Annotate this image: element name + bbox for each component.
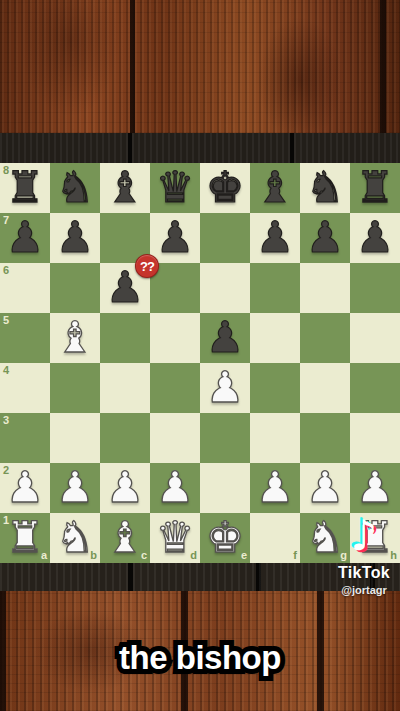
rank-label-4: 4 <box>3 365 9 376</box>
square-g6[interactable] <box>300 263 350 313</box>
piece-white-rook[interactable]: ♜ <box>0 513 50 563</box>
blunder-badge: ?? <box>135 254 159 278</box>
square-f7[interactable]: ♟ <box>250 213 300 263</box>
square-a6[interactable]: 6 <box>0 263 50 313</box>
square-b5[interactable]: ♝ <box>50 313 100 363</box>
square-h4[interactable] <box>350 363 400 413</box>
piece-black-king[interactable]: ♚ <box>200 163 250 213</box>
square-a2[interactable]: 2♟ <box>0 463 50 513</box>
square-g5[interactable] <box>300 313 350 363</box>
square-h7[interactable]: ♟ <box>350 213 400 263</box>
tiktok-note-icon: ♪ ♪ ♪ <box>342 512 386 560</box>
square-d8[interactable]: ♛ <box>150 163 200 213</box>
square-a5[interactable]: 5 <box>0 313 50 363</box>
blunder-badge-text: ?? <box>140 259 154 274</box>
square-h2[interactable]: ♟ <box>350 463 400 513</box>
square-g7[interactable]: ♟ <box>300 213 350 263</box>
square-d1[interactable]: d♛ <box>150 513 200 563</box>
square-f5[interactable] <box>250 313 300 363</box>
square-d5[interactable] <box>150 313 200 363</box>
square-a1[interactable]: 1a♜ <box>0 513 50 563</box>
piece-black-bishop[interactable]: ♝ <box>100 163 150 213</box>
piece-black-knight[interactable]: ♞ <box>50 163 100 213</box>
square-c8[interactable]: ♝ <box>100 163 150 213</box>
square-e3[interactable] <box>200 413 250 463</box>
square-b2[interactable]: ♟ <box>50 463 100 513</box>
piece-black-pawn[interactable]: ♟ <box>0 213 50 263</box>
piece-white-king[interactable]: ♚ <box>200 513 250 563</box>
square-f1[interactable]: f <box>250 513 300 563</box>
square-g2[interactable]: ♟ <box>300 463 350 513</box>
square-c1[interactable]: c♝ <box>100 513 150 563</box>
square-e4[interactable]: ♟ <box>200 363 250 413</box>
square-c2[interactable]: ♟ <box>100 463 150 513</box>
piece-white-pawn[interactable]: ♟ <box>350 463 400 513</box>
piece-white-queen[interactable]: ♛ <box>150 513 200 563</box>
piece-black-pawn[interactable]: ♟ <box>150 213 200 263</box>
piece-black-pawn[interactable]: ♟ <box>50 213 100 263</box>
square-a4[interactable]: 4 <box>0 363 50 413</box>
square-e5[interactable]: ♟ <box>200 313 250 363</box>
square-d4[interactable] <box>150 363 200 413</box>
piece-black-knight[interactable]: ♞ <box>300 163 350 213</box>
piece-white-bishop[interactable]: ♝ <box>100 513 150 563</box>
wood-background-top <box>0 0 400 133</box>
piece-white-pawn[interactable]: ♟ <box>0 463 50 513</box>
chess-board[interactable]: 8♜♞♝♛♚♝♞♜7♟♟♟♟♟♟6♟5♝♟4♟32♟♟♟♟♟♟♟1a♜b♞c♝d… <box>0 163 400 563</box>
square-f2[interactable]: ♟ <box>250 463 300 513</box>
piece-black-rook[interactable]: ♜ <box>0 163 50 213</box>
piece-white-pawn[interactable]: ♟ <box>200 363 250 413</box>
square-a7[interactable]: 7♟ <box>0 213 50 263</box>
square-g4[interactable] <box>300 363 350 413</box>
rank-label-6: 6 <box>3 265 9 276</box>
tiktok-note-white-layer: ♪ <box>342 512 386 560</box>
square-f4[interactable] <box>250 363 300 413</box>
square-e7[interactable] <box>200 213 250 263</box>
square-d7[interactable]: ♟ <box>150 213 200 263</box>
piece-black-queen[interactable]: ♛ <box>150 163 200 213</box>
square-f8[interactable]: ♝ <box>250 163 300 213</box>
square-h5[interactable] <box>350 313 400 363</box>
square-c3[interactable] <box>100 413 150 463</box>
file-label-f: f <box>293 550 297 561</box>
square-d3[interactable] <box>150 413 200 463</box>
square-h8[interactable]: ♜ <box>350 163 400 213</box>
square-e1[interactable]: e♚ <box>200 513 250 563</box>
square-d2[interactable]: ♟ <box>150 463 200 513</box>
tiktok-username: @jortagr <box>341 584 387 596</box>
wood-shadow-band-top <box>0 133 400 163</box>
square-h6[interactable] <box>350 263 400 313</box>
square-f6[interactable] <box>250 263 300 313</box>
square-f3[interactable] <box>250 413 300 463</box>
square-c4[interactable] <box>100 363 150 413</box>
piece-black-pawn[interactable]: ♟ <box>300 213 350 263</box>
piece-white-pawn[interactable]: ♟ <box>50 463 100 513</box>
piece-black-pawn[interactable]: ♟ <box>350 213 400 263</box>
caption-text: the bishop <box>119 639 281 676</box>
tiktok-app-name: TikTok <box>338 564 390 582</box>
square-b8[interactable]: ♞ <box>50 163 100 213</box>
video-caption: the bishop the bishop <box>0 636 400 680</box>
square-c5[interactable] <box>100 313 150 363</box>
square-h3[interactable] <box>350 413 400 463</box>
square-b6[interactable] <box>50 263 100 313</box>
rank-label-3: 3 <box>3 415 9 426</box>
square-g3[interactable] <box>300 413 350 463</box>
rank-label-5: 5 <box>3 315 9 326</box>
square-b3[interactable] <box>50 413 100 463</box>
square-e6[interactable] <box>200 263 250 313</box>
piece-black-pawn[interactable]: ♟ <box>250 213 300 263</box>
chess-board-container: 8♜♞♝♛♚♝♞♜7♟♟♟♟♟♟6♟5♝♟4♟32♟♟♟♟♟♟♟1a♜b♞c♝d… <box>0 163 400 563</box>
tiktok-watermark: ♪ ♪ ♪ TikTok @jortagr <box>328 512 400 596</box>
piece-black-rook[interactable]: ♜ <box>350 163 400 213</box>
square-a3[interactable]: 3 <box>0 413 50 463</box>
piece-white-knight[interactable]: ♞ <box>50 513 100 563</box>
piece-white-pawn[interactable]: ♟ <box>150 463 200 513</box>
square-a8[interactable]: 8♜ <box>0 163 50 213</box>
square-b1[interactable]: b♞ <box>50 513 100 563</box>
video-frame: 8♜♞♝♛♚♝♞♜7♟♟♟♟♟♟6♟5♝♟4♟32♟♟♟♟♟♟♟1a♜b♞c♝d… <box>0 0 400 711</box>
piece-black-pawn[interactable]: ♟ <box>200 313 250 363</box>
piece-white-pawn[interactable]: ♟ <box>250 463 300 513</box>
piece-black-bishop[interactable]: ♝ <box>250 163 300 213</box>
square-b4[interactable] <box>50 363 100 413</box>
square-g8[interactable]: ♞ <box>300 163 350 213</box>
piece-white-pawn[interactable]: ♟ <box>100 463 150 513</box>
square-e2[interactable] <box>200 463 250 513</box>
piece-white-bishop[interactable]: ♝ <box>50 313 100 363</box>
square-e8[interactable]: ♚ <box>200 163 250 213</box>
square-b7[interactable]: ♟ <box>50 213 100 263</box>
piece-white-pawn[interactable]: ♟ <box>300 463 350 513</box>
